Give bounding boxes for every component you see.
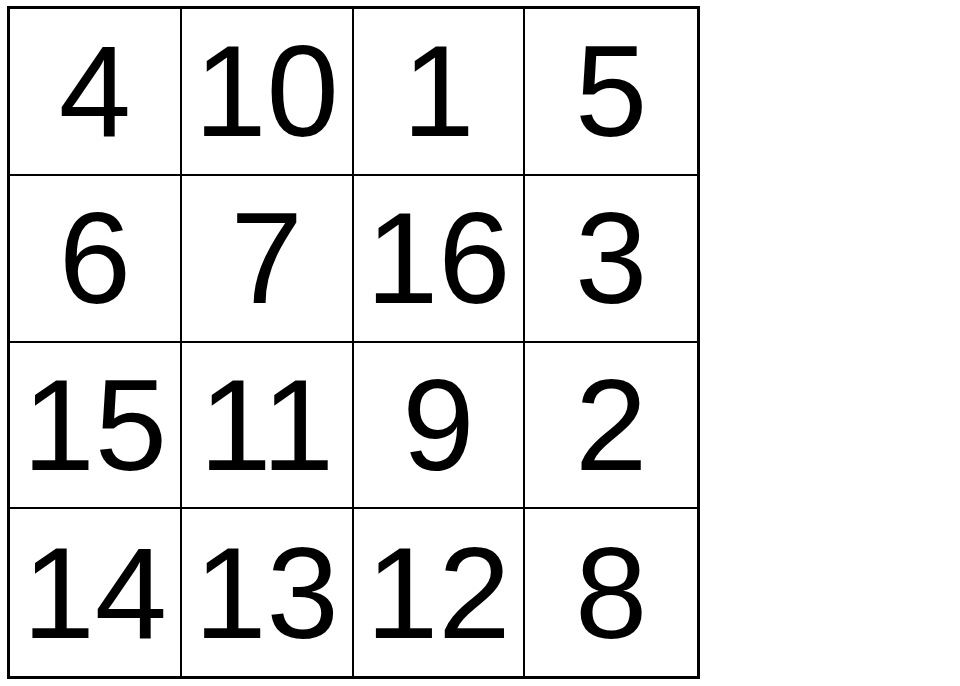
cell-r1c2[interactable]: 16 bbox=[354, 176, 526, 343]
cell-r1c3[interactable]: 3 bbox=[525, 176, 697, 343]
cell-r0c1[interactable]: 10 bbox=[182, 9, 354, 176]
cell-r0c2[interactable]: 1 bbox=[354, 9, 526, 176]
cell-r3c2[interactable]: 12 bbox=[354, 509, 526, 676]
cell-r2c2[interactable]: 9 bbox=[354, 343, 526, 510]
number-grid-board: 4 10 1 5 6 7 16 3 15 11 9 2 14 13 12 8 bbox=[7, 6, 700, 679]
cell-r2c3[interactable]: 2 bbox=[525, 343, 697, 510]
cell-r0c0[interactable]: 4 bbox=[10, 9, 182, 176]
cell-r2c1[interactable]: 11 bbox=[182, 343, 354, 510]
cell-r3c1[interactable]: 13 bbox=[182, 509, 354, 676]
cell-r2c0[interactable]: 15 bbox=[10, 343, 182, 510]
cell-r1c1[interactable]: 7 bbox=[182, 176, 354, 343]
cell-r0c3[interactable]: 5 bbox=[525, 9, 697, 176]
cell-r3c0[interactable]: 14 bbox=[10, 509, 182, 676]
cell-r1c0[interactable]: 6 bbox=[10, 176, 182, 343]
cell-r3c3[interactable]: 8 bbox=[525, 509, 697, 676]
